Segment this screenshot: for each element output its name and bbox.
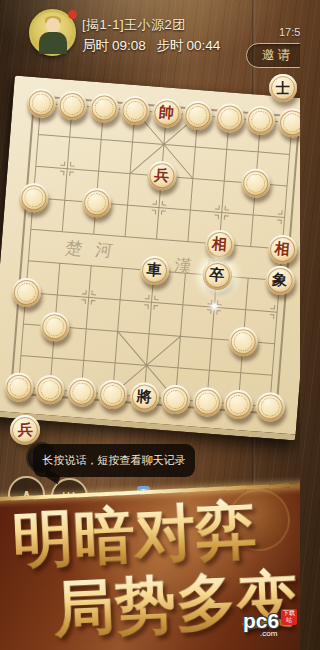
piece-red-帥[interactable]: 帥 — [150, 97, 181, 128]
move-time-label: 步时 — [157, 38, 184, 53]
voice-chat-hint-bubble[interactable]: 长按说话，短按查看聊天记录 — [33, 444, 195, 477]
top-player-avatar[interactable] — [29, 9, 76, 56]
piece-red-相[interactable]: 相 — [203, 228, 234, 259]
piece-red-兵[interactable]: 兵 — [145, 160, 176, 191]
captured-piece-red-soldier: 兵 — [10, 415, 40, 445]
pc6-logo-badge: 下载站 — [281, 609, 297, 625]
promo-line-1: 明暗对弈 — [11, 492, 300, 576]
pc6-logo-tld: .com — [260, 629, 279, 638]
invite-button-label: 邀请 — [262, 47, 293, 64]
status-bar-clock: 17:5 — [279, 26, 300, 38]
voice-chat-hint-text: 长按说话，短按查看聊天记录 — [43, 453, 186, 468]
top-player-timers: 局时09:08 步时00:44 — [82, 37, 220, 55]
invite-button[interactable]: 邀请 — [246, 43, 300, 68]
piece-black-車[interactable]: 車 — [138, 255, 169, 286]
xiangqi-board[interactable]: 楚河 漢界 帥兵相相車卒象將✦ — [0, 75, 300, 440]
move-sparkle-marker: ✦ — [208, 299, 220, 315]
avatar-torso — [39, 32, 67, 54]
piece-black-卒[interactable]: 卒 — [201, 260, 232, 291]
top-player-name: [揭1-1]王小源2团 — [82, 16, 186, 34]
river-label-left: 楚河 — [63, 236, 127, 262]
game-time-value: 09:08 — [112, 38, 146, 53]
piece-red-相[interactable]: 相 — [266, 233, 297, 264]
piece-black-將[interactable]: 將 — [128, 381, 159, 412]
pc6-site-logo: pc6 .com 下载站 — [243, 609, 279, 638]
move-time-value: 00:44 — [187, 38, 221, 53]
piece-black-象[interactable]: 象 — [264, 265, 295, 296]
captured-piece-black-advisor: 士 — [269, 74, 297, 102]
avatar-notification-dot — [68, 10, 77, 19]
avatar-face — [46, 18, 60, 33]
game-time-label: 局时 — [82, 38, 109, 53]
